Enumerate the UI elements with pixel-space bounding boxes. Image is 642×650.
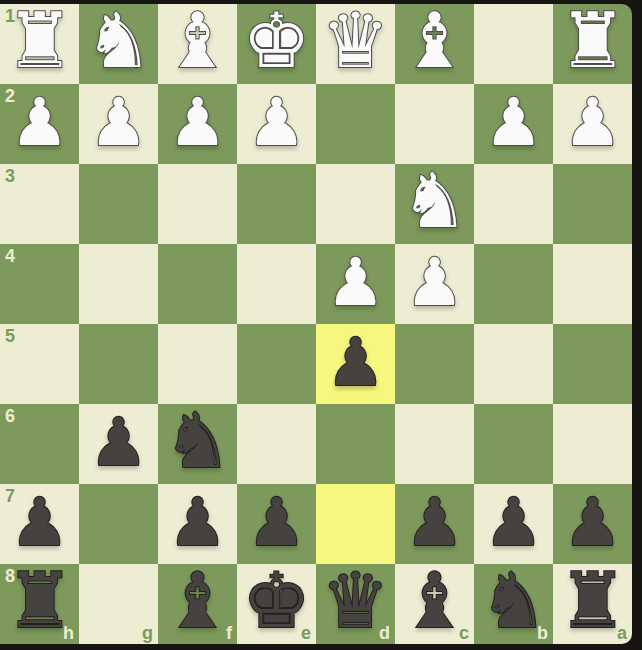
square-e3[interactable] [237,164,316,244]
file-label-f: f [226,624,232,642]
square-e4[interactable] [237,244,316,324]
file-label-e: e [301,624,311,642]
square-f2[interactable]: ♟ [158,84,237,164]
white-pawn-b2[interactable]: ♟ [484,90,543,156]
rank-label-2: 2 [5,87,15,105]
square-h7[interactable]: ♟7 [0,484,79,564]
square-b7[interactable]: ♟ [474,484,553,564]
square-g1[interactable]: ♞ [79,4,158,84]
rank-label-8: 8 [5,567,15,585]
square-d7[interactable] [316,484,395,564]
square-c7[interactable]: ♟ [395,484,474,564]
square-d1[interactable]: ♛ [316,4,395,84]
white-pawn-g2[interactable]: ♟ [89,90,148,156]
square-d8[interactable]: ♛d [316,564,395,644]
square-h4[interactable]: 4 [0,244,79,324]
square-f4[interactable] [158,244,237,324]
white-bishop-f1[interactable]: ♝ [163,4,231,79]
square-a7[interactable]: ♟ [553,484,632,564]
square-c2[interactable] [395,84,474,164]
square-e5[interactable] [237,324,316,404]
square-d2[interactable] [316,84,395,164]
white-pawn-a2[interactable]: ♟ [563,90,622,156]
square-f1[interactable]: ♝ [158,4,237,84]
white-king-e1[interactable]: ♚ [242,4,310,79]
square-b8[interactable]: ♞b [474,564,553,644]
white-pawn-c4[interactable]: ♟ [405,250,464,316]
square-f6[interactable]: ♞ [158,404,237,484]
square-e6[interactable] [237,404,316,484]
white-knight-g1[interactable]: ♞ [84,4,152,79]
black-pawn-a7[interactable]: ♟ [563,490,622,556]
square-g7[interactable] [79,484,158,564]
square-f8[interactable]: ♝f [158,564,237,644]
square-d5[interactable]: ♟ [316,324,395,404]
square-d6[interactable] [316,404,395,484]
square-h6[interactable]: 6 [0,404,79,484]
white-queen-d1[interactable]: ♛ [321,4,389,79]
square-b2[interactable]: ♟ [474,84,553,164]
white-pawn-d4[interactable]: ♟ [326,250,385,316]
black-bishop-f8[interactable]: ♝ [163,563,231,639]
square-h3[interactable]: 3 [0,164,79,244]
square-g5[interactable] [79,324,158,404]
square-h2[interactable]: ♟2 [0,84,79,164]
square-b6[interactable] [474,404,553,484]
white-rook-a1[interactable]: ♜ [558,4,626,79]
file-label-g: g [142,624,153,642]
file-label-h: h [63,624,74,642]
square-a5[interactable] [553,324,632,404]
chess-board[interactable]: ♜1♞♝♚♛♝♜♟2♟♟♟♟♟3♞4♟♟5♟6♟♞♟7♟♟♟♟♟♜8hg♝f♚e… [0,4,632,644]
square-g2[interactable]: ♟ [79,84,158,164]
rank-label-5: 5 [5,327,15,345]
square-b1[interactable] [474,4,553,84]
square-f5[interactable] [158,324,237,404]
square-e1[interactable]: ♚ [237,4,316,84]
square-h1[interactable]: ♜1 [0,4,79,84]
square-d3[interactable] [316,164,395,244]
square-h8[interactable]: ♜8h [0,564,79,644]
square-d4[interactable]: ♟ [316,244,395,324]
file-label-c: c [459,624,469,642]
square-c8[interactable]: ♝c [395,564,474,644]
square-c6[interactable] [395,404,474,484]
square-e8[interactable]: ♚e [237,564,316,644]
file-label-d: d [379,624,390,642]
square-c1[interactable]: ♝ [395,4,474,84]
square-c5[interactable] [395,324,474,404]
rank-label-3: 3 [5,167,15,185]
square-b4[interactable] [474,244,553,324]
square-e2[interactable]: ♟ [237,84,316,164]
black-pawn-b7[interactable]: ♟ [484,490,543,556]
black-pawn-f7[interactable]: ♟ [168,490,227,556]
rank-label-6: 6 [5,407,15,425]
square-a1[interactable]: ♜ [553,4,632,84]
app-background: ♜1♞♝♚♛♝♜♟2♟♟♟♟♟3♞4♟♟5♟6♟♞♟7♟♟♟♟♟♜8hg♝f♚e… [0,0,642,650]
rank-label-7: 7 [5,487,15,505]
white-pawn-h2[interactable]: ♟ [10,90,69,156]
white-rook-h1[interactable]: ♜ [5,4,73,79]
square-a8[interactable]: ♜a [553,564,632,644]
square-f7[interactable]: ♟ [158,484,237,564]
square-a2[interactable]: ♟ [553,84,632,164]
square-a4[interactable] [553,244,632,324]
white-pawn-e2[interactable]: ♟ [247,90,306,156]
square-g8[interactable]: g [79,564,158,644]
square-h5[interactable]: 5 [0,324,79,404]
black-pawn-g6[interactable]: ♟ [89,410,148,476]
square-b5[interactable] [474,324,553,404]
black-pawn-d5[interactable]: ♟ [326,330,385,396]
square-g4[interactable] [79,244,158,324]
file-label-a: a [617,624,627,642]
square-g3[interactable] [79,164,158,244]
rank-label-4: 4 [5,247,15,265]
white-knight-c3[interactable]: ♞ [400,163,468,239]
square-a3[interactable] [553,164,632,244]
square-b3[interactable] [474,164,553,244]
square-e7[interactable]: ♟ [237,484,316,564]
white-bishop-c1[interactable]: ♝ [400,4,468,79]
square-a6[interactable] [553,404,632,484]
square-g6[interactable]: ♟ [79,404,158,484]
rank-label-1: 1 [5,7,15,25]
square-c3[interactable]: ♞ [395,164,474,244]
file-label-b: b [537,624,548,642]
black-pawn-h7[interactable]: ♟ [10,490,69,556]
black-pawn-c7[interactable]: ♟ [405,490,464,556]
white-pawn-f2[interactable]: ♟ [168,90,227,156]
black-pawn-e7[interactable]: ♟ [247,490,306,556]
square-c4[interactable]: ♟ [395,244,474,324]
black-knight-f6[interactable]: ♞ [163,403,231,479]
square-f3[interactable] [158,164,237,244]
